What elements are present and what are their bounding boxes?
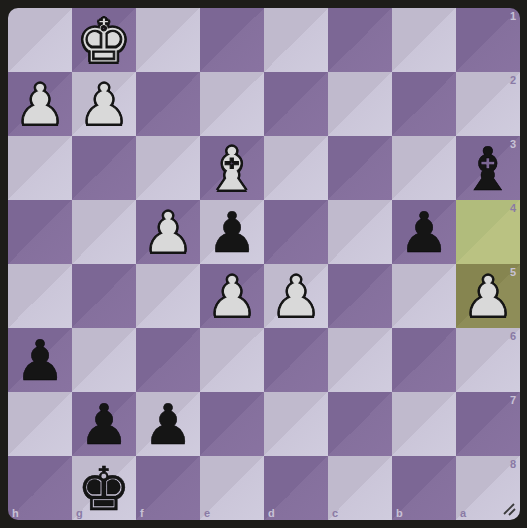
file-label-h: h: [12, 507, 19, 519]
square-f6[interactable]: [136, 328, 200, 392]
square-g7[interactable]: ♟: [72, 392, 136, 456]
square-c7[interactable]: [328, 392, 392, 456]
square-f7[interactable]: ♟: [136, 392, 200, 456]
square-g2[interactable]: ♟: [72, 72, 136, 136]
file-label-c: c: [332, 507, 338, 519]
resize-handle[interactable]: [501, 501, 517, 517]
square-b4[interactable]: ♟: [392, 200, 456, 264]
square-f5[interactable]: [136, 264, 200, 328]
square-c5[interactable]: [328, 264, 392, 328]
square-e5[interactable]: ♟: [200, 264, 264, 328]
white-pawn[interactable]: ♟: [72, 73, 136, 137]
square-h2[interactable]: ♟: [8, 72, 72, 136]
square-g1[interactable]: ♚: [72, 8, 136, 72]
square-a1[interactable]: 1: [456, 8, 520, 72]
square-h6[interactable]: ♟: [8, 328, 72, 392]
square-c3[interactable]: [328, 136, 392, 200]
rank-label-2: 2: [510, 74, 516, 86]
rank-label-7: 7: [510, 394, 516, 406]
square-h3[interactable]: [8, 136, 72, 200]
black-pawn[interactable]: ♟: [72, 393, 136, 457]
white-bishop[interactable]: ♝: [200, 137, 264, 201]
rank-label-6: 6: [510, 330, 516, 342]
square-a3[interactable]: ♝3: [456, 136, 520, 200]
square-b7[interactable]: [392, 392, 456, 456]
file-label-a: a: [460, 507, 466, 519]
square-e8[interactable]: e: [200, 456, 264, 520]
square-a5[interactable]: ♟5: [456, 264, 520, 328]
square-d2[interactable]: [264, 72, 328, 136]
file-label-d: d: [268, 507, 275, 519]
file-label-b: b: [396, 507, 403, 519]
rank-label-3: 3: [510, 138, 516, 150]
square-a6[interactable]: 6: [456, 328, 520, 392]
file-label-f: f: [140, 507, 144, 519]
rank-label-4: 4: [510, 202, 516, 214]
square-f1[interactable]: [136, 8, 200, 72]
square-b5[interactable]: [392, 264, 456, 328]
white-king[interactable]: ♚: [72, 9, 136, 73]
square-f3[interactable]: [136, 136, 200, 200]
white-pawn[interactable]: ♟: [200, 265, 264, 329]
square-b6[interactable]: [392, 328, 456, 392]
white-pawn[interactable]: ♟: [8, 73, 72, 137]
square-g5[interactable]: [72, 264, 136, 328]
square-b2[interactable]: [392, 72, 456, 136]
square-f8[interactable]: f: [136, 456, 200, 520]
file-label-g: g: [76, 507, 83, 519]
rank-label-1: 1: [510, 10, 516, 22]
square-f2[interactable]: [136, 72, 200, 136]
square-b1[interactable]: [392, 8, 456, 72]
rank-label-5: 5: [510, 266, 516, 278]
file-label-e: e: [204, 507, 210, 519]
square-h4[interactable]: [8, 200, 72, 264]
square-d1[interactable]: [264, 8, 328, 72]
square-d6[interactable]: [264, 328, 328, 392]
square-g3[interactable]: [72, 136, 136, 200]
square-d7[interactable]: [264, 392, 328, 456]
square-d5[interactable]: ♟: [264, 264, 328, 328]
square-h1[interactable]: [8, 8, 72, 72]
page-background: { "game": "chess", "position": "6k1/5pp1…: [0, 0, 527, 528]
resize-grip-icon: [501, 501, 517, 517]
square-g8[interactable]: ♚g: [72, 456, 136, 520]
square-e7[interactable]: [200, 392, 264, 456]
square-c1[interactable]: [328, 8, 392, 72]
square-c2[interactable]: [328, 72, 392, 136]
square-c4[interactable]: [328, 200, 392, 264]
square-d8[interactable]: d: [264, 456, 328, 520]
square-e2[interactable]: [200, 72, 264, 136]
square-c6[interactable]: [328, 328, 392, 392]
square-c8[interactable]: c: [328, 456, 392, 520]
black-pawn[interactable]: ♟: [136, 393, 200, 457]
chess-board: ♚1♟♟2♝♝3♟♟♟4♟♟♟5♟6♟♟7h♚gfedcb8a: [8, 8, 520, 520]
square-h7[interactable]: [8, 392, 72, 456]
square-e3[interactable]: ♝: [200, 136, 264, 200]
square-e6[interactable]: [200, 328, 264, 392]
square-a7[interactable]: 7: [456, 392, 520, 456]
black-pawn[interactable]: ♟: [392, 201, 456, 265]
white-pawn[interactable]: ♟: [264, 265, 328, 329]
square-d3[interactable]: [264, 136, 328, 200]
square-f4[interactable]: ♟: [136, 200, 200, 264]
square-b8[interactable]: b: [392, 456, 456, 520]
square-g6[interactable]: [72, 328, 136, 392]
square-d4[interactable]: [264, 200, 328, 264]
square-e1[interactable]: [200, 8, 264, 72]
square-g4[interactable]: [72, 200, 136, 264]
black-pawn[interactable]: ♟: [8, 329, 72, 393]
rank-label-8: 8: [510, 458, 516, 470]
square-a4[interactable]: 4: [456, 200, 520, 264]
square-e4[interactable]: ♟: [200, 200, 264, 264]
square-b3[interactable]: [392, 136, 456, 200]
square-h5[interactable]: [8, 264, 72, 328]
black-pawn[interactable]: ♟: [200, 201, 264, 265]
square-h8[interactable]: h: [8, 456, 72, 520]
square-a2[interactable]: 2: [456, 72, 520, 136]
white-pawn[interactable]: ♟: [136, 201, 200, 265]
